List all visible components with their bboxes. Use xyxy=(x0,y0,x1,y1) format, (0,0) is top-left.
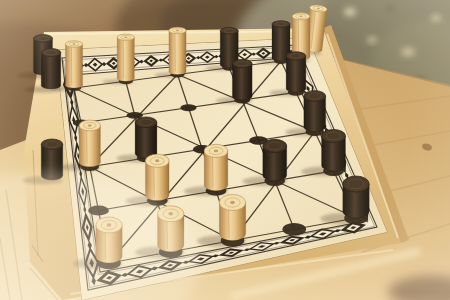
alquerque-board-photo xyxy=(0,0,450,300)
warm-filter xyxy=(0,0,450,300)
photo-scene xyxy=(0,0,450,300)
